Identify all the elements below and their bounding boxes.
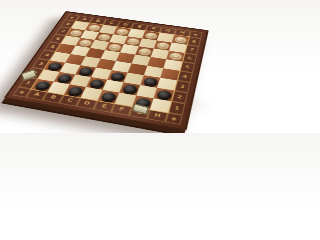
- corner-ornament: ❖: [165, 113, 183, 125]
- product-photo-stage: ❖ABCDEFGH❖8⛀⛀⛀⛀87⛀⛀⛀⛀76⛀⛀⛀⛀655443⛂⛂⛂⛂32⛂…: [0, 0, 231, 133]
